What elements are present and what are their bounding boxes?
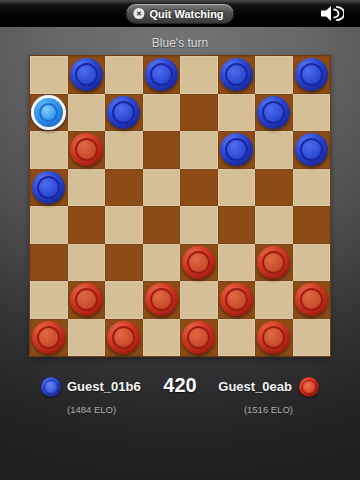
red-piece[interactable] — [107, 321, 140, 354]
board-square — [180, 131, 218, 169]
quit-watching-label: Quit Watching — [149, 8, 223, 20]
board-square — [255, 281, 293, 319]
red-piece[interactable] — [220, 283, 253, 316]
board-square — [218, 94, 256, 132]
blue-piece[interactable] — [107, 96, 140, 129]
board-square — [180, 281, 218, 319]
board-square — [218, 169, 256, 207]
player-blue-elo: (1484 ELO) — [67, 404, 116, 415]
player-red-elo: (1516 ELO) — [244, 404, 293, 415]
board-square[interactable] — [293, 56, 331, 94]
board-square — [30, 281, 68, 319]
board-square — [143, 169, 181, 207]
board-square — [105, 56, 143, 94]
board-square[interactable] — [30, 169, 68, 207]
red-piece[interactable] — [295, 283, 328, 316]
checkers-board — [29, 55, 331, 357]
blue-piece[interactable] — [145, 58, 178, 91]
board-square[interactable] — [218, 206, 256, 244]
blue-piece[interactable] — [70, 58, 103, 91]
red-piece[interactable] — [182, 246, 215, 279]
board-square — [293, 169, 331, 207]
board-square — [68, 94, 106, 132]
board-square[interactable] — [218, 131, 256, 169]
blue-piece[interactable] — [257, 96, 290, 129]
board-square[interactable] — [105, 94, 143, 132]
board-square[interactable] — [180, 319, 218, 357]
red-piece[interactable] — [182, 321, 215, 354]
quit-watching-button[interactable]: ✕ Quit Watching — [125, 3, 234, 24]
board-square — [68, 244, 106, 282]
board-square[interactable] — [30, 244, 68, 282]
board-square[interactable] — [68, 131, 106, 169]
highlighted-blue-piece[interactable] — [31, 95, 66, 130]
board-square[interactable] — [30, 319, 68, 357]
red-piece[interactable] — [70, 283, 103, 316]
board-square — [30, 131, 68, 169]
red-piece[interactable] — [257, 321, 290, 354]
board-square — [30, 206, 68, 244]
red-checker-icon — [299, 377, 319, 397]
board-square — [30, 56, 68, 94]
board-square[interactable] — [255, 244, 293, 282]
board-square[interactable] — [218, 56, 256, 94]
board-square — [105, 131, 143, 169]
board-square — [293, 319, 331, 357]
board-square[interactable] — [105, 169, 143, 207]
board-square — [143, 244, 181, 282]
board-square — [255, 131, 293, 169]
board-square[interactable] — [143, 206, 181, 244]
board-square[interactable] — [68, 206, 106, 244]
board-square — [105, 206, 143, 244]
checkers-app-screen: ✕ Quit Watching Blue's turn Guest_01b6 (… — [0, 0, 360, 480]
blue-piece[interactable] — [32, 171, 65, 204]
board-square[interactable] — [143, 281, 181, 319]
board-square[interactable] — [105, 244, 143, 282]
board-square — [68, 319, 106, 357]
board-square — [143, 94, 181, 132]
red-piece[interactable] — [145, 283, 178, 316]
board-square — [255, 206, 293, 244]
blue-piece[interactable] — [295, 58, 328, 91]
blue-piece[interactable] — [295, 133, 328, 166]
blue-piece[interactable] — [220, 58, 253, 91]
board-square[interactable] — [30, 94, 68, 132]
board-square — [293, 94, 331, 132]
board-square[interactable] — [293, 206, 331, 244]
board-square — [218, 244, 256, 282]
board-square — [180, 206, 218, 244]
board-square[interactable] — [68, 56, 106, 94]
board-square — [105, 281, 143, 319]
player-red-name: Guest_0eab — [218, 379, 292, 394]
board-square[interactable] — [255, 94, 293, 132]
board-square[interactable] — [180, 94, 218, 132]
turn-status-text: Blue's turn — [0, 36, 360, 50]
board-square — [293, 244, 331, 282]
board-square[interactable] — [105, 319, 143, 357]
red-piece[interactable] — [257, 246, 290, 279]
board-square[interactable] — [143, 131, 181, 169]
board-square — [218, 319, 256, 357]
board-square[interactable] — [255, 169, 293, 207]
sound-button[interactable] — [318, 3, 344, 24]
board-square[interactable] — [180, 244, 218, 282]
board-square[interactable] — [293, 131, 331, 169]
board-square[interactable] — [143, 56, 181, 94]
board-square — [255, 56, 293, 94]
board-square[interactable] — [68, 281, 106, 319]
blue-piece[interactable] — [220, 133, 253, 166]
top-bar: ✕ Quit Watching — [0, 0, 360, 27]
board-square[interactable] — [293, 281, 331, 319]
board-square[interactable] — [180, 169, 218, 207]
board-square — [143, 319, 181, 357]
board-square — [68, 169, 106, 207]
board-square — [180, 56, 218, 94]
board-square[interactable] — [218, 281, 256, 319]
x-circle-icon: ✕ — [133, 8, 144, 19]
board-square[interactable] — [255, 319, 293, 357]
red-piece[interactable] — [32, 321, 65, 354]
speaker-icon — [318, 10, 344, 27]
red-piece[interactable] — [70, 133, 103, 166]
